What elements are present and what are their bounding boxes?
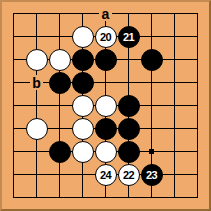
board-point xyxy=(2,117,25,140)
board-point xyxy=(163,25,186,48)
board-point xyxy=(48,140,71,163)
white-stone xyxy=(72,118,94,140)
board-point xyxy=(163,140,186,163)
white-stone xyxy=(95,141,117,163)
board-point xyxy=(71,117,94,140)
board-intersections: a2021b242223 xyxy=(2,2,209,209)
black-stone xyxy=(49,72,71,94)
board-point xyxy=(71,25,94,48)
white-stone xyxy=(49,49,71,71)
board-point xyxy=(186,2,209,25)
black-stone xyxy=(95,118,117,140)
board-point xyxy=(163,2,186,25)
board-point xyxy=(163,48,186,71)
board-point xyxy=(186,117,209,140)
board-point xyxy=(140,186,163,209)
board-point xyxy=(117,94,140,117)
board-point xyxy=(48,186,71,209)
board-point xyxy=(25,186,48,209)
board-point xyxy=(71,2,94,25)
board-point xyxy=(48,71,71,94)
board-point xyxy=(140,25,163,48)
board-point xyxy=(71,186,94,209)
black-stone xyxy=(118,118,140,140)
board-point xyxy=(163,71,186,94)
move-number: 20 xyxy=(100,31,111,43)
white-stone xyxy=(95,95,117,117)
move-number: 22 xyxy=(123,169,134,181)
board-point xyxy=(25,25,48,48)
board-point xyxy=(25,2,48,25)
board-point xyxy=(140,2,163,25)
point-label-b: b xyxy=(30,75,43,90)
board-point xyxy=(2,140,25,163)
white-stone-numbered: 22 xyxy=(118,164,140,186)
board-point xyxy=(94,48,117,71)
board-point xyxy=(163,163,186,186)
board-point xyxy=(71,140,94,163)
board-point: 21 xyxy=(117,25,140,48)
move-number: 24 xyxy=(100,169,111,181)
white-stone xyxy=(26,118,48,140)
board-point xyxy=(48,25,71,48)
board-point xyxy=(94,117,117,140)
board-point xyxy=(48,163,71,186)
board-point xyxy=(71,94,94,117)
white-stone-numbered: 24 xyxy=(95,164,117,186)
board-point xyxy=(71,71,94,94)
move-number: 21 xyxy=(123,31,134,43)
board-point xyxy=(48,48,71,71)
board-point xyxy=(94,94,117,117)
board-point xyxy=(140,48,163,71)
board-point xyxy=(71,48,94,71)
black-stone xyxy=(118,95,140,117)
board-point xyxy=(186,186,209,209)
board-point xyxy=(94,186,117,209)
board-point xyxy=(163,117,186,140)
board-point xyxy=(48,94,71,117)
board-point xyxy=(2,48,25,71)
board-point: 20 xyxy=(94,25,117,48)
board-point xyxy=(186,140,209,163)
board-point xyxy=(48,2,71,25)
board-point xyxy=(117,117,140,140)
board-point xyxy=(2,71,25,94)
white-stone xyxy=(72,141,94,163)
board-point: 24 xyxy=(94,163,117,186)
black-stone xyxy=(49,141,71,163)
board-point: 22 xyxy=(117,163,140,186)
board-point xyxy=(94,71,117,94)
board-point xyxy=(186,94,209,117)
board-point xyxy=(25,94,48,117)
go-board: a2021b242223 xyxy=(0,0,211,211)
board-point xyxy=(117,71,140,94)
board-point xyxy=(163,186,186,209)
board-point xyxy=(186,25,209,48)
board-point xyxy=(2,2,25,25)
board-point xyxy=(163,94,186,117)
board-point xyxy=(140,140,163,163)
board-point xyxy=(2,94,25,117)
board-point xyxy=(2,163,25,186)
black-stone xyxy=(95,49,117,71)
board-point xyxy=(25,117,48,140)
black-stone xyxy=(118,141,140,163)
move-number: 23 xyxy=(146,169,157,181)
star-point-marker xyxy=(149,149,154,154)
board-point xyxy=(117,140,140,163)
board-point xyxy=(186,163,209,186)
black-stone xyxy=(72,72,94,94)
board-point xyxy=(2,25,25,48)
board-point xyxy=(140,94,163,117)
board-point xyxy=(140,71,163,94)
black-stone xyxy=(72,49,94,71)
white-stone-numbered: 20 xyxy=(95,26,117,48)
point-label-a: a xyxy=(99,6,112,21)
board-point xyxy=(48,117,71,140)
white-stone xyxy=(72,26,94,48)
board-point: a xyxy=(94,2,117,25)
board-point xyxy=(117,186,140,209)
white-stone xyxy=(72,95,94,117)
black-stone-numbered: 21 xyxy=(118,26,140,48)
board-point xyxy=(186,48,209,71)
board-point xyxy=(71,163,94,186)
black-stone xyxy=(141,49,163,71)
board-point: b xyxy=(25,71,48,94)
board-point: 23 xyxy=(140,163,163,186)
board-point xyxy=(25,140,48,163)
board-point xyxy=(25,163,48,186)
board-point xyxy=(140,117,163,140)
black-stone-numbered: 23 xyxy=(141,164,163,186)
board-point xyxy=(94,140,117,163)
board-point xyxy=(2,186,25,209)
white-stone xyxy=(26,49,48,71)
board-point xyxy=(117,48,140,71)
board-point xyxy=(25,48,48,71)
board-point xyxy=(117,2,140,25)
board-point xyxy=(186,71,209,94)
